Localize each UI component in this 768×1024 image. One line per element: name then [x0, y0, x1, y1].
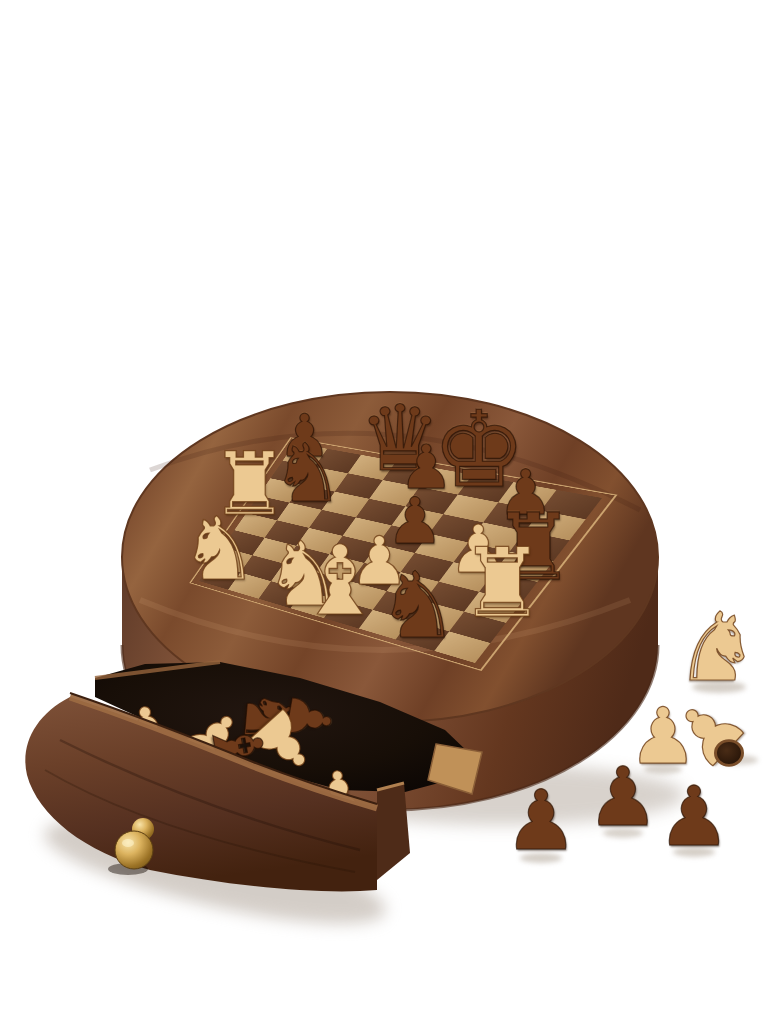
- lying-pawn-base: [714, 739, 744, 767]
- chess-piece-dark-pawn: ♟: [504, 780, 578, 863]
- chess-piece-dark-pawn: ♟: [657, 775, 731, 857]
- chess-set-product-photo: ♟♟♞♟♟♝♟ ♟♛♚♟♟♞♟♜♞♜♞♞♝♟♟♜ ♞♟♟♟♟♟: [0, 0, 768, 1024]
- chess-piece-dark-pawn: ♟: [587, 757, 660, 838]
- loose-pieces: ♞♟♟♟♟♟: [0, 0, 768, 1024]
- chess-piece-light-knight: ♞: [675, 600, 760, 695]
